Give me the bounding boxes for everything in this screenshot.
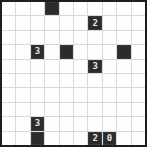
empty-cell-r2c3[interactable] xyxy=(31,16,44,29)
empty-cell-r8c6[interactable] xyxy=(74,103,87,116)
empty-cell-r7c3[interactable] xyxy=(31,88,44,101)
empty-cell-r7c9[interactable] xyxy=(117,88,130,101)
clue-cell-r2c7: 2 xyxy=(88,16,101,29)
empty-cell-r9c1[interactable] xyxy=(2,117,15,130)
empty-cell-r6c10[interactable] xyxy=(132,74,145,87)
empty-cell-r4c10[interactable] xyxy=(132,45,145,58)
empty-cell-r5c1[interactable] xyxy=(2,60,15,73)
clue-cell-r10c7: 2 xyxy=(88,132,101,145)
empty-cell-r5c8[interactable] xyxy=(103,60,116,73)
empty-cell-r2c10[interactable] xyxy=(132,16,145,29)
empty-cell-r1c8[interactable] xyxy=(103,2,116,15)
empty-cell-r9c8[interactable] xyxy=(103,117,116,130)
empty-cell-r8c4[interactable] xyxy=(45,103,58,116)
empty-cell-r8c8[interactable] xyxy=(103,103,116,116)
empty-cell-r2c2[interactable] xyxy=(16,16,29,29)
puzzle-board: 233320 xyxy=(0,0,147,147)
empty-cell-r5c2[interactable] xyxy=(16,60,29,73)
clue-number: 3 xyxy=(35,119,40,128)
clue-number: 2 xyxy=(92,19,97,28)
empty-cell-r2c6[interactable] xyxy=(74,16,87,29)
empty-cell-r6c1[interactable] xyxy=(2,74,15,87)
wall-cell-r4c9 xyxy=(117,45,130,58)
empty-cell-r3c9[interactable] xyxy=(117,31,130,44)
empty-cell-r10c6[interactable] xyxy=(74,132,87,145)
empty-cell-r5c3[interactable] xyxy=(31,60,44,73)
empty-cell-r4c6[interactable] xyxy=(74,45,87,58)
empty-cell-r6c7[interactable] xyxy=(88,74,101,87)
empty-cell-r6c4[interactable] xyxy=(45,74,58,87)
empty-cell-r2c4[interactable] xyxy=(45,16,58,29)
clue-number: 2 xyxy=(92,134,97,143)
empty-cell-r5c6[interactable] xyxy=(74,60,87,73)
empty-cell-r3c2[interactable] xyxy=(16,31,29,44)
empty-cell-r8c5[interactable] xyxy=(60,103,73,116)
empty-cell-r2c1[interactable] xyxy=(2,16,15,29)
empty-cell-r7c4[interactable] xyxy=(45,88,58,101)
empty-cell-r7c8[interactable] xyxy=(103,88,116,101)
clue-cell-r5c7: 3 xyxy=(88,60,101,73)
empty-cell-r8c9[interactable] xyxy=(117,103,130,116)
empty-cell-r4c2[interactable] xyxy=(16,45,29,58)
clue-cell-r9c3: 3 xyxy=(31,117,44,130)
empty-cell-r9c10[interactable] xyxy=(132,117,145,130)
empty-cell-r7c10[interactable] xyxy=(132,88,145,101)
empty-cell-r6c3[interactable] xyxy=(31,74,44,87)
empty-cell-r9c2[interactable] xyxy=(16,117,29,130)
empty-cell-r1c3[interactable] xyxy=(31,2,44,15)
empty-cell-r6c6[interactable] xyxy=(74,74,87,87)
empty-cell-r10c10[interactable] xyxy=(132,132,145,145)
empty-cell-r1c10[interactable] xyxy=(132,2,145,15)
clue-cell-r4c3: 3 xyxy=(31,45,44,58)
empty-cell-r5c5[interactable] xyxy=(60,60,73,73)
empty-cell-r6c9[interactable] xyxy=(117,74,130,87)
empty-cell-r8c1[interactable] xyxy=(2,103,15,116)
empty-cell-r3c10[interactable] xyxy=(132,31,145,44)
empty-cell-r3c7[interactable] xyxy=(88,31,101,44)
empty-cell-r4c1[interactable] xyxy=(2,45,15,58)
empty-cell-r3c1[interactable] xyxy=(2,31,15,44)
empty-cell-r8c3[interactable] xyxy=(31,103,44,116)
empty-cell-r7c6[interactable] xyxy=(74,88,87,101)
empty-cell-r2c5[interactable] xyxy=(60,16,73,29)
empty-cell-r9c7[interactable] xyxy=(88,117,101,130)
empty-cell-r3c4[interactable] xyxy=(45,31,58,44)
puzzle-grid: 233320 xyxy=(2,2,145,145)
empty-cell-r5c10[interactable] xyxy=(132,60,145,73)
empty-cell-r1c7[interactable] xyxy=(88,2,101,15)
empty-cell-r3c6[interactable] xyxy=(74,31,87,44)
empty-cell-r5c9[interactable] xyxy=(117,60,130,73)
empty-cell-r1c2[interactable] xyxy=(16,2,29,15)
clue-number: 0 xyxy=(107,134,112,143)
wall-cell-r10c3 xyxy=(31,132,44,145)
empty-cell-r7c1[interactable] xyxy=(2,88,15,101)
wall-cell-r1c4 xyxy=(45,2,58,15)
clue-number: 3 xyxy=(35,47,40,56)
empty-cell-r6c5[interactable] xyxy=(60,74,73,87)
empty-cell-r8c10[interactable] xyxy=(132,103,145,116)
empty-cell-r8c2[interactable] xyxy=(16,103,29,116)
empty-cell-r2c9[interactable] xyxy=(117,16,130,29)
clue-cell-r10c8: 0 xyxy=(103,132,116,145)
empty-cell-r7c7[interactable] xyxy=(88,88,101,101)
empty-cell-r9c6[interactable] xyxy=(74,117,87,130)
empty-cell-r2c8[interactable] xyxy=(103,16,116,29)
empty-cell-r4c7[interactable] xyxy=(88,45,101,58)
empty-cell-r9c9[interactable] xyxy=(117,117,130,130)
empty-cell-r5c4[interactable] xyxy=(45,60,58,73)
empty-cell-r10c2[interactable] xyxy=(16,132,29,145)
empty-cell-r7c5[interactable] xyxy=(60,88,73,101)
empty-cell-r3c5[interactable] xyxy=(60,31,73,44)
empty-cell-r6c2[interactable] xyxy=(16,74,29,87)
empty-cell-r8c7[interactable] xyxy=(88,103,101,116)
empty-cell-r7c2[interactable] xyxy=(16,88,29,101)
empty-cell-r6c8[interactable] xyxy=(103,74,116,87)
wall-cell-r4c5 xyxy=(60,45,73,58)
empty-cell-r10c4[interactable] xyxy=(45,132,58,145)
empty-cell-r1c5[interactable] xyxy=(60,2,73,15)
empty-cell-r3c3[interactable] xyxy=(31,31,44,44)
empty-cell-r1c9[interactable] xyxy=(117,2,130,15)
empty-cell-r10c1[interactable] xyxy=(2,132,15,145)
empty-cell-r1c6[interactable] xyxy=(74,2,87,15)
empty-cell-r4c4[interactable] xyxy=(45,45,58,58)
empty-cell-r10c9[interactable] xyxy=(117,132,130,145)
empty-cell-r9c5[interactable] xyxy=(60,117,73,130)
clue-number: 3 xyxy=(92,62,97,71)
empty-cell-r4c8[interactable] xyxy=(103,45,116,58)
empty-cell-r1c1[interactable] xyxy=(2,2,15,15)
empty-cell-r10c5[interactable] xyxy=(60,132,73,145)
empty-cell-r3c8[interactable] xyxy=(103,31,116,44)
empty-cell-r9c4[interactable] xyxy=(45,117,58,130)
